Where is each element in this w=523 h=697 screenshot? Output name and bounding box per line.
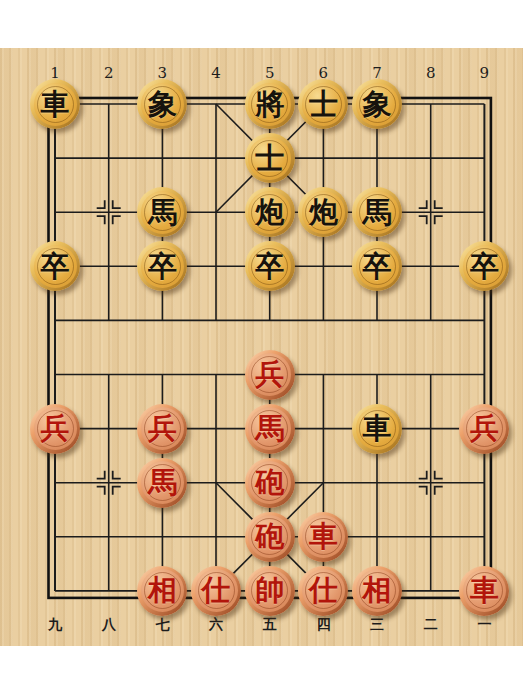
piece-red-soldier[interactable]: 兵 xyxy=(30,404,80,454)
piece-red-chariot[interactable]: 車 xyxy=(459,566,509,616)
piece-red-chariot[interactable]: 車 xyxy=(298,512,348,562)
piece-character: 馬 xyxy=(148,468,177,497)
piece-character: 兵 xyxy=(41,414,70,443)
file-label-top-4: 4 xyxy=(205,64,227,82)
piece-black-horse[interactable]: 馬 xyxy=(352,187,402,237)
piece-black-soldier[interactable]: 卒 xyxy=(30,241,80,291)
piece-character: 象 xyxy=(363,90,392,119)
file-label-bottom-4: 六 xyxy=(205,616,227,634)
piece-red-soldier[interactable]: 兵 xyxy=(245,350,295,400)
piece-character: 相 xyxy=(363,576,392,605)
piece-black-soldier[interactable]: 卒 xyxy=(245,241,295,291)
file-label-bottom-2: 八 xyxy=(98,616,120,634)
piece-red-elephant[interactable]: 相 xyxy=(352,566,402,616)
piece-red-horse[interactable]: 馬 xyxy=(137,458,187,508)
piece-character: 車 xyxy=(363,414,392,443)
piece-character: 兵 xyxy=(470,414,499,443)
piece-character: 卒 xyxy=(41,252,70,281)
file-label-top-9: 9 xyxy=(473,64,495,82)
file-label-top-8: 8 xyxy=(420,64,442,82)
piece-black-cannon[interactable]: 炮 xyxy=(245,187,295,237)
piece-black-elephant[interactable]: 象 xyxy=(352,79,402,129)
piece-character: 帥 xyxy=(255,576,284,605)
piece-red-cannon[interactable]: 砲 xyxy=(245,458,295,508)
file-label-bottom-3: 七 xyxy=(151,616,173,634)
piece-character: 車 xyxy=(470,576,499,605)
piece-red-elephant[interactable]: 相 xyxy=(137,566,187,616)
piece-character: 炮 xyxy=(309,198,338,227)
piece-character: 卒 xyxy=(148,252,177,281)
piece-red-cannon[interactable]: 砲 xyxy=(245,512,295,562)
piece-character: 車 xyxy=(309,522,338,551)
piece-black-chariot[interactable]: 車 xyxy=(30,79,80,129)
piece-character: 士 xyxy=(309,90,338,119)
piece-character: 砲 xyxy=(255,468,284,497)
piece-character: 仕 xyxy=(202,576,231,605)
piece-character: 卒 xyxy=(255,252,284,281)
piece-character: 馬 xyxy=(255,414,284,443)
piece-character: 卒 xyxy=(363,252,392,281)
piece-black-general[interactable]: 將 xyxy=(245,79,295,129)
piece-red-soldier[interactable]: 兵 xyxy=(459,404,509,454)
piece-character: 兵 xyxy=(148,414,177,443)
file-label-bottom-1: 九 xyxy=(44,616,66,634)
xiangqi-app-screen: 123456789 九八七六五四三二一 車象將士象士馬炮炮馬卒卒卒卒卒兵兵兵馬車… xyxy=(0,0,523,697)
piece-character: 相 xyxy=(148,576,177,605)
piece-black-soldier[interactable]: 卒 xyxy=(352,241,402,291)
file-label-bottom-8: 二 xyxy=(420,616,442,634)
file-label-bottom-6: 四 xyxy=(312,616,334,634)
file-label-bottom-7: 三 xyxy=(366,616,388,634)
piece-character: 炮 xyxy=(255,198,284,227)
file-label-bottom-9: 一 xyxy=(473,616,495,634)
piece-character: 仕 xyxy=(309,576,338,605)
piece-red-general[interactable]: 帥 xyxy=(245,566,295,616)
piece-black-chariot[interactable]: 車 xyxy=(352,404,402,454)
piece-character: 將 xyxy=(255,90,284,119)
piece-character: 馬 xyxy=(363,198,392,227)
piece-red-advisor[interactable]: 仕 xyxy=(298,566,348,616)
piece-character: 象 xyxy=(148,90,177,119)
piece-red-horse[interactable]: 馬 xyxy=(245,404,295,454)
piece-character: 車 xyxy=(41,90,70,119)
piece-character: 馬 xyxy=(148,198,177,227)
piece-red-advisor[interactable]: 仕 xyxy=(191,566,241,616)
piece-character: 兵 xyxy=(255,360,284,389)
piece-black-advisor[interactable]: 士 xyxy=(245,133,295,183)
file-label-top-2: 2 xyxy=(98,64,120,82)
file-label-bottom-5: 五 xyxy=(259,616,281,634)
piece-character: 卒 xyxy=(470,252,499,281)
piece-character: 砲 xyxy=(255,522,284,551)
piece-red-soldier[interactable]: 兵 xyxy=(137,404,187,454)
piece-character: 士 xyxy=(255,144,284,173)
